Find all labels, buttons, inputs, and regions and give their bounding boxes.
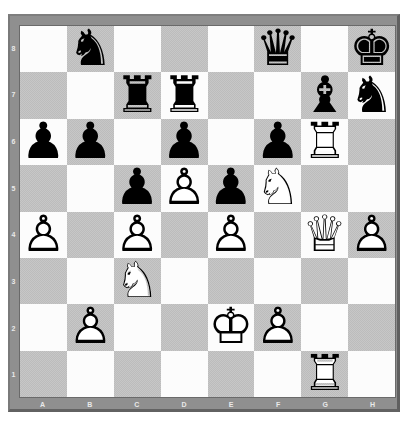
square-g2[interactable] [301, 304, 348, 350]
piece-black-pawn: ♟ [208, 165, 255, 211]
piece-black-knight: ♞ [67, 26, 114, 72]
square-e6[interactable] [208, 119, 255, 165]
piece-white-rook: ♜♖ [301, 351, 348, 397]
black-knight-icon: ♞ [67, 26, 114, 72]
black-pawn-icon: ♟ [20, 119, 67, 165]
square-c7[interactable]: ♜ [114, 72, 161, 118]
square-d4[interactable] [161, 212, 208, 258]
square-e4[interactable]: ♟♙ [208, 212, 255, 258]
white-rook-icon: ♖ [301, 351, 348, 397]
piece-black-rook: ♜ [161, 72, 208, 118]
black-bishop-icon: ♝ [301, 72, 348, 118]
square-b6[interactable]: ♟ [67, 119, 114, 165]
square-e2[interactable]: ♚♔ [208, 304, 255, 350]
rank-label-2: 2 [8, 305, 19, 352]
square-a6[interactable]: ♟ [20, 119, 67, 165]
square-g7[interactable]: ♝ [301, 72, 348, 118]
piece-black-pawn: ♟ [161, 119, 208, 165]
square-d1[interactable] [161, 351, 208, 397]
white-knight-icon: ♘ [254, 165, 301, 211]
piece-white-knight: ♞♘ [114, 258, 161, 304]
square-h3[interactable] [348, 258, 395, 304]
file-label-g: G [302, 397, 349, 412]
square-c1[interactable] [114, 351, 161, 397]
square-c4[interactable]: ♟♙ [114, 212, 161, 258]
square-b2[interactable]: ♟♙ [67, 304, 114, 350]
square-d7[interactable]: ♜ [161, 72, 208, 118]
rank-label-5: 5 [8, 165, 19, 212]
rank-label-8: 8 [8, 25, 19, 72]
square-e5[interactable]: ♟ [208, 165, 255, 211]
piece-white-knight: ♞♘ [254, 165, 301, 211]
square-a3[interactable] [20, 258, 67, 304]
rank-label-6: 6 [8, 118, 19, 165]
square-b7[interactable] [67, 72, 114, 118]
square-h7[interactable]: ♞ [348, 72, 395, 118]
black-pawn-icon: ♟ [254, 119, 301, 165]
piece-white-king: ♚♔ [208, 304, 255, 350]
square-d3[interactable] [161, 258, 208, 304]
white-queen-icon: ♕ [301, 212, 348, 258]
square-c6[interactable] [114, 119, 161, 165]
white-rook-icon: ♖ [301, 119, 348, 165]
square-f1[interactable] [254, 351, 301, 397]
square-d5[interactable]: ♟♙ [161, 165, 208, 211]
file-label-e: E [208, 397, 255, 412]
white-pawn-icon: ♙ [208, 212, 255, 258]
piece-white-pawn: ♟♙ [254, 304, 301, 350]
square-g8[interactable] [301, 26, 348, 72]
rank-label-4: 4 [8, 212, 19, 259]
black-pawn-icon: ♟ [161, 119, 208, 165]
piece-black-pawn: ♟ [20, 119, 67, 165]
square-h5[interactable] [348, 165, 395, 211]
black-pawn-icon: ♟ [208, 165, 255, 211]
piece-black-king: ♚ [348, 26, 395, 72]
piece-white-rook: ♜♖ [301, 119, 348, 165]
chess-board: ♞♛♚♜♜♝♞♟♟♟♟♜♖♟♟♙♟♞♘♟♙♟♙♟♙♛♕♟♙♞♘♟♙♚♔♟♙♜♖ [19, 25, 396, 398]
black-queen-icon: ♛ [254, 26, 301, 72]
square-e8[interactable] [208, 26, 255, 72]
square-d2[interactable] [161, 304, 208, 350]
square-c3[interactable]: ♞♘ [114, 258, 161, 304]
square-b8[interactable]: ♞ [67, 26, 114, 72]
square-d8[interactable] [161, 26, 208, 72]
piece-black-queen: ♛ [254, 26, 301, 72]
black-rook-icon: ♜ [114, 72, 161, 118]
black-king-icon: ♚ [348, 26, 395, 72]
square-c5[interactable]: ♟ [114, 165, 161, 211]
piece-white-pawn: ♟♙ [348, 212, 395, 258]
file-label-c: C [113, 397, 160, 412]
black-knight-icon: ♞ [348, 72, 395, 118]
rank-label-1: 1 [8, 351, 19, 398]
square-h4[interactable]: ♟♙ [348, 212, 395, 258]
square-b5[interactable] [67, 165, 114, 211]
square-a4[interactable]: ♟♙ [20, 212, 67, 258]
piece-black-bishop: ♝ [301, 72, 348, 118]
white-pawn-icon: ♙ [114, 212, 161, 258]
piece-white-pawn: ♟♙ [208, 212, 255, 258]
square-b3[interactable] [67, 258, 114, 304]
square-c8[interactable] [114, 26, 161, 72]
square-h6[interactable] [348, 119, 395, 165]
square-g6[interactable]: ♜♖ [301, 119, 348, 165]
white-pawn-icon: ♙ [20, 212, 67, 258]
square-a7[interactable] [20, 72, 67, 118]
piece-black-pawn: ♟ [67, 119, 114, 165]
file-label-b: B [66, 397, 113, 412]
chess-diagram: 87654321 ABCDEFGH ♞♛♚♜♜♝♞♟♟♟♟♜♖♟♟♙♟♞♘♟♙♟… [0, 0, 414, 424]
square-f7[interactable] [254, 72, 301, 118]
piece-black-pawn: ♟ [254, 119, 301, 165]
piece-black-rook: ♜ [114, 72, 161, 118]
black-rook-icon: ♜ [161, 72, 208, 118]
black-pawn-icon: ♟ [114, 165, 161, 211]
square-e7[interactable] [208, 72, 255, 118]
square-c2[interactable] [114, 304, 161, 350]
white-pawn-icon: ♙ [254, 304, 301, 350]
piece-black-knight: ♞ [348, 72, 395, 118]
square-g5[interactable] [301, 165, 348, 211]
rank-labels: 87654321 [8, 25, 19, 398]
piece-white-queen: ♛♕ [301, 212, 348, 258]
square-f2[interactable]: ♟♙ [254, 304, 301, 350]
square-f8[interactable]: ♛ [254, 26, 301, 72]
file-label-a: A [19, 397, 66, 412]
square-g3[interactable] [301, 258, 348, 304]
square-f3[interactable] [254, 258, 301, 304]
square-a5[interactable] [20, 165, 67, 211]
square-e3[interactable] [208, 258, 255, 304]
piece-white-pawn: ♟♙ [20, 212, 67, 258]
square-g1[interactable]: ♜♖ [301, 351, 348, 397]
white-king-icon: ♔ [208, 304, 255, 350]
file-labels: ABCDEFGH [19, 397, 396, 412]
square-f6[interactable]: ♟ [254, 119, 301, 165]
white-pawn-icon: ♙ [67, 304, 114, 350]
rank-label-3: 3 [8, 258, 19, 305]
piece-white-pawn: ♟♙ [161, 165, 208, 211]
piece-white-pawn: ♟♙ [67, 304, 114, 350]
file-label-h: H [349, 397, 396, 412]
white-pawn-icon: ♙ [348, 212, 395, 258]
square-h2[interactable] [348, 304, 395, 350]
square-e1[interactable] [208, 351, 255, 397]
piece-white-pawn: ♟♙ [114, 212, 161, 258]
square-a1[interactable] [20, 351, 67, 397]
square-h8[interactable]: ♚ [348, 26, 395, 72]
white-knight-icon: ♘ [114, 258, 161, 304]
square-d6[interactable]: ♟ [161, 119, 208, 165]
black-pawn-icon: ♟ [67, 119, 114, 165]
square-a2[interactable] [20, 304, 67, 350]
square-b4[interactable] [67, 212, 114, 258]
square-f5[interactable]: ♞♘ [254, 165, 301, 211]
square-f4[interactable] [254, 212, 301, 258]
rank-label-7: 7 [8, 72, 19, 119]
file-label-d: D [160, 397, 207, 412]
white-pawn-icon: ♙ [161, 165, 208, 211]
square-g4[interactable]: ♛♕ [301, 212, 348, 258]
square-h1[interactable] [348, 351, 395, 397]
piece-black-pawn: ♟ [114, 165, 161, 211]
square-a8[interactable] [20, 26, 67, 72]
file-label-f: F [255, 397, 302, 412]
square-b1[interactable] [67, 351, 114, 397]
